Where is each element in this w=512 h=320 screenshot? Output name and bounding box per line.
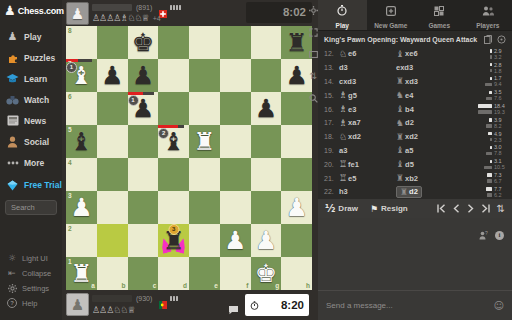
top-player-material-advantage: +4 <box>153 15 161 22</box>
rank-label: 3 <box>68 192 72 199</box>
chat-mute-icon[interactable]: ? <box>479 226 488 244</box>
square-c7[interactable]: ♟ <box>128 59 159 92</box>
square-b1[interactable]: b <box>97 257 128 290</box>
move-text[interactable]: ♖fe1 <box>339 159 359 169</box>
black-figurine-icon: ♜ <box>396 173 404 183</box>
move-text[interactable]: ♗e3 <box>339 104 356 114</box>
square-c1[interactable]: c <box>128 257 159 290</box>
count-badge: 1 <box>66 62 77 73</box>
settings-icon[interactable] <box>309 6 318 15</box>
move-text[interactable]: ♝d5 <box>396 159 414 169</box>
square-e5[interactable]: ♜ <box>189 125 220 158</box>
move-time-black: 3.2 <box>490 54 509 59</box>
move-times: 7.36.7 <box>487 173 512 184</box>
move-text[interactable]: ♜xd3 <box>396 76 418 86</box>
black-rook[interactable]: ♜ <box>281 26 312 59</box>
move-times: 7.76.2 <box>486 186 512 197</box>
time-bar <box>478 110 492 114</box>
tab-games[interactable]: Games <box>415 0 464 30</box>
move-text[interactable]: ♘e6 <box>339 49 356 59</box>
resign-label: Resign <box>381 204 408 213</box>
sidebar-item-watch[interactable]: Watch <box>0 89 62 110</box>
move-time-black: 1.8 <box>490 68 509 73</box>
move-time-white: 7.7 <box>486 186 509 191</box>
move-times: 2.93.2 <box>490 48 512 59</box>
time-bar <box>489 91 492 95</box>
sidebar-item-learn[interactable]: Learn <box>0 68 62 89</box>
move-list-options-icon[interactable]: ⇅ <box>497 204 505 214</box>
square-b2[interactable] <box>97 224 128 257</box>
bottom-player-captured-pawns-mini <box>170 296 178 301</box>
square-e2[interactable] <box>189 224 220 257</box>
sidebar-item-label: Social <box>24 137 49 147</box>
square-d1[interactable]: d <box>158 257 189 290</box>
square-h2[interactable] <box>281 224 312 257</box>
mini-pawn-icon <box>170 5 172 10</box>
resign-flag-icon: ⚑ <box>370 204 378 214</box>
sidebar-footer-label: Settings <box>22 284 49 293</box>
move-time-white: 18.4 <box>478 104 509 109</box>
square-c5[interactable] <box>128 125 159 158</box>
top-player-clock: 8:02 <box>246 2 312 23</box>
move-time-black: 6.2 <box>486 192 509 197</box>
resign-button[interactable]: ⚑ Resign <box>370 204 408 214</box>
black-figurine-icon: ♝ <box>396 104 404 114</box>
square-f7[interactable] <box>220 59 251 92</box>
time-bar <box>490 49 492 53</box>
move-white[interactable]: d3 <box>339 63 396 72</box>
square-h7[interactable]: ♟ <box>281 59 312 92</box>
square-a1[interactable]: 1a♜ <box>66 257 97 290</box>
mini-pawn-icon <box>173 296 175 301</box>
square-f8[interactable] <box>220 26 251 59</box>
move-time-white: 3.9 <box>486 117 509 122</box>
move-text[interactable]: h3 <box>339 187 348 196</box>
white-pawn[interactable]: ♟ <box>281 191 312 224</box>
sidebar-item-puzzles[interactable]: Puzzles <box>0 47 62 68</box>
stopwatch-icon <box>337 2 347 20</box>
bottom-clock-time: 8:20 <box>281 299 304 311</box>
move-text[interactable]: ♜xd2 <box>396 132 418 142</box>
time-bar <box>478 104 492 108</box>
plus-square-icon <box>386 2 396 20</box>
tab-new-game[interactable]: New Game <box>367 0 416 30</box>
move-black[interactable]: ♜xd2 <box>396 132 456 142</box>
top-player-captured-pieces: ♙♙♙♙♗♘♘♕+4 <box>92 13 161 23</box>
graduation-cap-icon <box>6 72 19 85</box>
move-white[interactable]: h3 <box>339 187 396 196</box>
white-rook[interactable]: ♜ <box>189 125 220 158</box>
move-black[interactable]: ♜xd3 <box>396 76 456 86</box>
chat-bubble-icon[interactable] <box>228 301 239 319</box>
time-bar <box>487 179 492 183</box>
square-h4[interactable] <box>281 158 312 191</box>
move-white[interactable]: ♗g5 <box>339 90 396 100</box>
time-bar <box>486 187 492 191</box>
white-figurine-icon: ♗ <box>339 118 347 128</box>
square-h3[interactable]: ♟ <box>281 191 312 224</box>
rank-label: 1 <box>68 258 72 265</box>
logo-pawn-icon: ♟ <box>4 4 16 17</box>
square-a7[interactable]: 7♝1 <box>66 59 97 92</box>
sidebar-item-light-ui[interactable]: ☼Light UI <box>0 251 62 265</box>
gear-icon <box>7 283 17 293</box>
sidebar-item-collapse[interactable]: ⇤Collapse <box>0 266 62 280</box>
move-row: 18.♘xd2♜xd24.92.3 <box>318 130 512 144</box>
move-white[interactable]: cxd3 <box>339 77 396 86</box>
sidebar-item-label: News <box>24 116 46 126</box>
black-pawn[interactable]: ♟ <box>97 59 128 92</box>
square-b3[interactable] <box>97 191 128 224</box>
count-badge: 3 <box>168 224 179 235</box>
next-move-button[interactable] <box>467 204 474 213</box>
square-g8[interactable] <box>251 26 282 59</box>
square-b6[interactable] <box>97 92 128 125</box>
mini-pawn-icon <box>176 296 178 301</box>
explorer-icon[interactable] <box>497 30 506 48</box>
move-white[interactable]: ♘xd2 <box>339 132 396 142</box>
move-times: 3.57.6 <box>486 90 512 101</box>
move-row: 17.♗xa7♞d23.98.2 <box>318 116 512 130</box>
move-number: 14. <box>324 78 339 85</box>
sidebar-item-label: Watch <box>24 95 49 105</box>
move-black[interactable]: ♝xe6 <box>396 49 456 59</box>
square-c3[interactable] <box>128 191 159 224</box>
square-f1[interactable]: f <box>220 257 251 290</box>
time-bar <box>490 146 492 150</box>
move-time-white: 1.7 <box>485 76 509 81</box>
move-times: 1.79.4 <box>485 76 512 87</box>
move-times: 3.110.5 <box>484 159 512 170</box>
message-bar[interactable]: Send a message... ☺ <box>318 290 512 320</box>
move-text[interactable]: d3 <box>339 63 348 72</box>
white-figurine-icon: ♘ <box>339 132 347 142</box>
mini-pawn-icon <box>179 5 181 10</box>
move-number: 20. <box>324 161 339 168</box>
move-text[interactable]: ♞d2 <box>396 118 414 128</box>
tab-label: Games <box>428 22 450 29</box>
square-b4[interactable] <box>97 158 128 191</box>
move-white[interactable]: ♗e3 <box>339 104 396 114</box>
move-white[interactable]: ♖e5 <box>339 173 396 183</box>
sidebar-item-help[interactable]: ?Help <box>0 296 62 310</box>
time-bar <box>487 193 492 197</box>
black-pawn[interactable]: ♟ <box>281 59 312 92</box>
bottom-player-name[interactable] <box>92 295 132 302</box>
message-placeholder: Send a message... <box>326 301 393 310</box>
square-h8[interactable]: ♜ <box>281 26 312 59</box>
newspaper-icon <box>6 114 19 127</box>
move-row: 15.♗g5♞e43.57.6 <box>318 88 512 102</box>
sidebar-item-label: Puzzles <box>24 53 55 63</box>
square-g3[interactable] <box>251 191 282 224</box>
square-h1[interactable]: h <box>281 257 312 290</box>
move-row: 16.♗e3♝b418.419.3 <box>318 102 512 116</box>
file-label: d <box>183 282 187 289</box>
puzzle-icon <box>6 51 19 64</box>
square-g1[interactable]: g♚ <box>251 257 282 290</box>
time-bar <box>490 77 492 81</box>
move-black[interactable]: ♝b4 <box>396 104 456 114</box>
square-e4[interactable] <box>189 158 220 191</box>
square-e1[interactable]: e <box>189 257 220 290</box>
opening-row: King's Pawn Opening: Wayward Queen Attac… <box>318 31 512 47</box>
square-a4[interactable]: 4 <box>66 158 97 191</box>
move-row: 22.h3♜d27.76.2 <box>318 185 512 199</box>
square-f3[interactable] <box>220 191 251 224</box>
file-label: h <box>306 282 310 289</box>
sidebar-item-free-trial[interactable]: Free Trial <box>0 177 62 193</box>
move-white[interactable]: ♗xa7 <box>339 118 396 128</box>
binoculars-icon <box>6 93 19 106</box>
square-b5[interactable] <box>97 125 128 158</box>
tab-label: Players <box>476 22 499 29</box>
move-row: 14.cxd3♜xd31.79.4 <box>318 75 512 89</box>
sidebar-item-more[interactable]: More <box>0 152 62 173</box>
dots-icon <box>6 156 19 169</box>
square-d6[interactable] <box>158 92 189 125</box>
move-white[interactable]: a3 <box>339 146 396 155</box>
zoom-icon[interactable] <box>309 94 318 103</box>
move-text[interactable]: ♝xe6 <box>396 49 418 59</box>
move-text[interactable]: ♝b4 <box>396 104 414 114</box>
square-a3[interactable]: 3♟ <box>66 191 97 224</box>
info-icon[interactable]: i <box>495 231 504 240</box>
black-king[interactable]: ♚ <box>128 26 159 59</box>
move-black[interactable]: exd3 <box>396 63 456 72</box>
move-navigation: ⇅ <box>437 204 505 214</box>
switzerland-flag-icon <box>159 4 167 12</box>
pawn-hand-icon: ♟ <box>6 30 19 43</box>
square-b7[interactable]: ♟ <box>97 59 128 92</box>
sun-icon: ☼ <box>7 253 17 263</box>
square-d5[interactable]: ♝2 <box>158 125 189 158</box>
sidebar: ♟ Chess.com 4 ♟PlayPuzzlesLearnWatchNews… <box>0 0 62 320</box>
move-text[interactable]: ♗xa7 <box>339 118 361 128</box>
move-text[interactable]: ♘xd2 <box>339 132 361 142</box>
square-g6[interactable]: ♟ <box>251 92 282 125</box>
move-number: 16. <box>324 106 339 113</box>
square-d7[interactable] <box>158 59 189 92</box>
emoji-icon[interactable]: ☺ <box>494 300 504 311</box>
prev-move-button[interactable] <box>453 204 460 213</box>
game-area: ♟ (891) ♙♙♙♙♗♘♘♕+4 8:02 8♚♜7♝1♟♟♟6♟1♟5♝♝… <box>62 0 312 320</box>
move-white[interactable]: ♖fe1 <box>339 159 396 169</box>
move-time-white: 3.1 <box>484 159 509 164</box>
move-black[interactable]: ♝d5 <box>396 159 456 169</box>
draw-button[interactable]: ½ Draw <box>325 203 358 214</box>
sidebar-item-settings[interactable]: Settings <box>0 281 62 295</box>
draw-label: Draw <box>338 204 358 213</box>
square-g5[interactable] <box>251 125 282 158</box>
file-label: b <box>122 282 126 289</box>
mini-pawn-icon <box>170 296 172 301</box>
move-black[interactable]: ♞e4 <box>396 90 456 100</box>
square-g2[interactable]: ♟ <box>251 224 282 257</box>
square-e8[interactable] <box>189 26 220 59</box>
tab-players[interactable]: Players <box>464 0 512 30</box>
move-text[interactable]: ♖e5 <box>339 173 356 183</box>
move-text[interactable]: cxd3 <box>339 77 356 86</box>
square-e3[interactable] <box>189 191 220 224</box>
move-number: 12. <box>324 50 339 57</box>
square-h5[interactable] <box>281 125 312 158</box>
black-figurine-icon: ♜ <box>396 132 404 142</box>
square-a6[interactable]: 6 <box>66 92 97 125</box>
top-player-name[interactable] <box>92 4 132 11</box>
square-d2[interactable]: ♜3 <box>158 224 189 257</box>
black-pawn[interactable]: ♟ <box>251 92 282 125</box>
move-text[interactable]: ♝a5 <box>396 145 413 155</box>
move-number: 13. <box>324 64 339 71</box>
file-label: a <box>91 282 95 289</box>
move-black[interactable]: ♜xb2 <box>396 173 456 183</box>
square-f4[interactable] <box>220 158 251 191</box>
bottom-player-captured-pieces: ♙♙♙♘♘♕ <box>92 305 134 315</box>
black-figurine-icon: ♞ <box>396 90 404 100</box>
game-controls: ½ Draw ⚑ Resign ⇅ <box>318 199 512 218</box>
black-figurine-icon: ♝ <box>396 159 404 169</box>
square-c6[interactable]: ♟1 <box>128 92 159 125</box>
search-input[interactable] <box>5 200 57 215</box>
move-text[interactable]: a3 <box>339 146 347 155</box>
move-number: 17. <box>324 119 339 126</box>
collapse-icon: ⇤ <box>7 268 17 278</box>
move-times: 3.07.8 <box>486 145 512 156</box>
panel-tabs: PlayNew GameGamesPlayers <box>318 0 512 31</box>
question-icon: ? <box>7 298 17 308</box>
mini-pawn-icon <box>173 5 175 10</box>
move-row: 19.a3♝a53.07.8 <box>318 144 512 158</box>
square-e7[interactable] <box>189 59 220 92</box>
square-b8[interactable] <box>97 26 128 59</box>
square-c4[interactable] <box>128 158 159 191</box>
time-bar <box>487 173 492 177</box>
move-time-white: 3.5 <box>486 90 509 95</box>
move-black[interactable]: ♝a5 <box>396 145 456 155</box>
chess-app: ♟ Chess.com 4 ♟PlayPuzzlesLearnWatchNews… <box>0 0 512 320</box>
tab-label: New Game <box>374 22 407 29</box>
portugal-flag-icon <box>159 295 167 303</box>
time-bar <box>490 55 492 59</box>
move-text[interactable]: ♞e4 <box>396 90 413 100</box>
square-d4[interactable] <box>158 158 189 191</box>
file-label: e <box>214 282 218 289</box>
square-f2[interactable]: ♟ <box>220 224 251 257</box>
move-number: 22. <box>324 188 339 195</box>
black-pawn[interactable]: ♟ <box>128 59 159 92</box>
logo-text: Chess.com <box>18 6 64 16</box>
move-row: 20.♖fe1♝d53.110.5 <box>318 157 512 171</box>
sidebar-footer-label: Light UI <box>22 254 48 263</box>
sidebar-item-news[interactable]: News <box>0 110 62 131</box>
top-player-avatar[interactable]: ♟ <box>66 2 89 25</box>
move-text[interactable]: exd3 <box>396 63 413 72</box>
person-icon <box>6 135 19 148</box>
time-bar <box>490 160 492 164</box>
square-f5[interactable] <box>220 125 251 158</box>
time-bar <box>490 63 492 67</box>
square-c2[interactable] <box>128 224 159 257</box>
tab-label: Play <box>336 22 349 29</box>
move-black[interactable]: ♞d2 <box>396 118 456 128</box>
move-time-white: 3.0 <box>486 145 509 150</box>
square-d8[interactable] <box>158 26 189 59</box>
time-bar <box>486 97 492 101</box>
black-figurine-icon: ♜ <box>400 187 408 197</box>
square-d3[interactable] <box>158 191 189 224</box>
move-list: 12.♘e6♝xe62.93.213.d3exd32.81.814.cxd3♜x… <box>318 47 512 199</box>
time-bar <box>484 166 492 170</box>
move-time-white: 2.8 <box>490 62 509 67</box>
time-bar <box>485 83 492 87</box>
square-a8[interactable]: 8 <box>66 26 97 59</box>
rank-label: 4 <box>68 159 72 166</box>
move-time-black: 7.8 <box>486 151 509 156</box>
move-number: 19. <box>324 147 339 154</box>
square-c8[interactable]: ♚ <box>128 26 159 59</box>
top-player-rating: (891) <box>136 4 152 11</box>
move-black[interactable]: ♜d2 <box>396 186 456 198</box>
tab-play[interactable]: Play <box>318 0 367 30</box>
white-pawn[interactable]: ♟ <box>220 224 251 257</box>
chat-area: ? i <box>318 218 512 290</box>
rank-label: 2 <box>68 225 72 232</box>
time-bar <box>489 118 492 122</box>
white-figurine-icon: ♗ <box>339 104 347 114</box>
square-g7[interactable] <box>251 59 282 92</box>
count-badge: 1 <box>128 95 139 106</box>
sidebar-footer-label: Help <box>22 299 37 308</box>
rank-label: 8 <box>68 27 72 34</box>
sidebar-item-label: More <box>24 158 44 168</box>
captured-q-icon: ♕ <box>127 305 135 315</box>
square-a5[interactable]: 5♝ <box>66 125 97 158</box>
white-figurine-icon: ♗ <box>339 90 347 100</box>
sidebar-item-label: Play <box>24 32 42 42</box>
move-text[interactable]: ♜xb2 <box>396 173 418 183</box>
move-number: 18. <box>324 133 339 140</box>
move-number: 21. <box>324 175 339 182</box>
diamond-icon <box>6 179 19 192</box>
last-move-button[interactable] <box>481 204 490 213</box>
move-times: 2.81.8 <box>490 62 512 73</box>
bottom-player-avatar[interactable]: ♟ <box>66 293 89 316</box>
move-time-white: 4.9 <box>488 131 509 136</box>
grid-icon <box>434 2 444 20</box>
square-a2[interactable]: 2 <box>66 224 97 257</box>
move-times: 18.419.3 <box>478 104 512 115</box>
square-g4[interactable] <box>251 158 282 191</box>
move-text[interactable]: ♗g5 <box>339 90 357 100</box>
move-time-black: 6.7 <box>487 179 509 184</box>
opening-book-icon[interactable] <box>484 30 492 48</box>
move-time-black: 19.3 <box>478 110 509 115</box>
white-pawn[interactable]: ♟ <box>251 224 282 257</box>
move-row: 13.d3exd32.81.8 <box>318 61 512 75</box>
first-move-button[interactable] <box>437 204 446 213</box>
square-e6[interactable] <box>189 92 220 125</box>
move-times: 3.98.2 <box>486 117 512 128</box>
time-bar <box>486 152 492 156</box>
square-f6[interactable] <box>220 92 251 125</box>
sidebar-item-play[interactable]: ♟Play <box>0 26 62 47</box>
sidebar-item-social[interactable]: Social <box>0 131 62 152</box>
move-white[interactable]: ♘e6 <box>339 49 396 59</box>
white-figurine-icon: ♖ <box>339 173 347 183</box>
chess-board[interactable]: 8♚♜7♝1♟♟♟6♟1♟5♝♝2♜43♟♟2♜3♟♟1a♜bcdefg♚h <box>66 26 312 290</box>
move-text-current[interactable]: ♜d2 <box>396 186 422 198</box>
